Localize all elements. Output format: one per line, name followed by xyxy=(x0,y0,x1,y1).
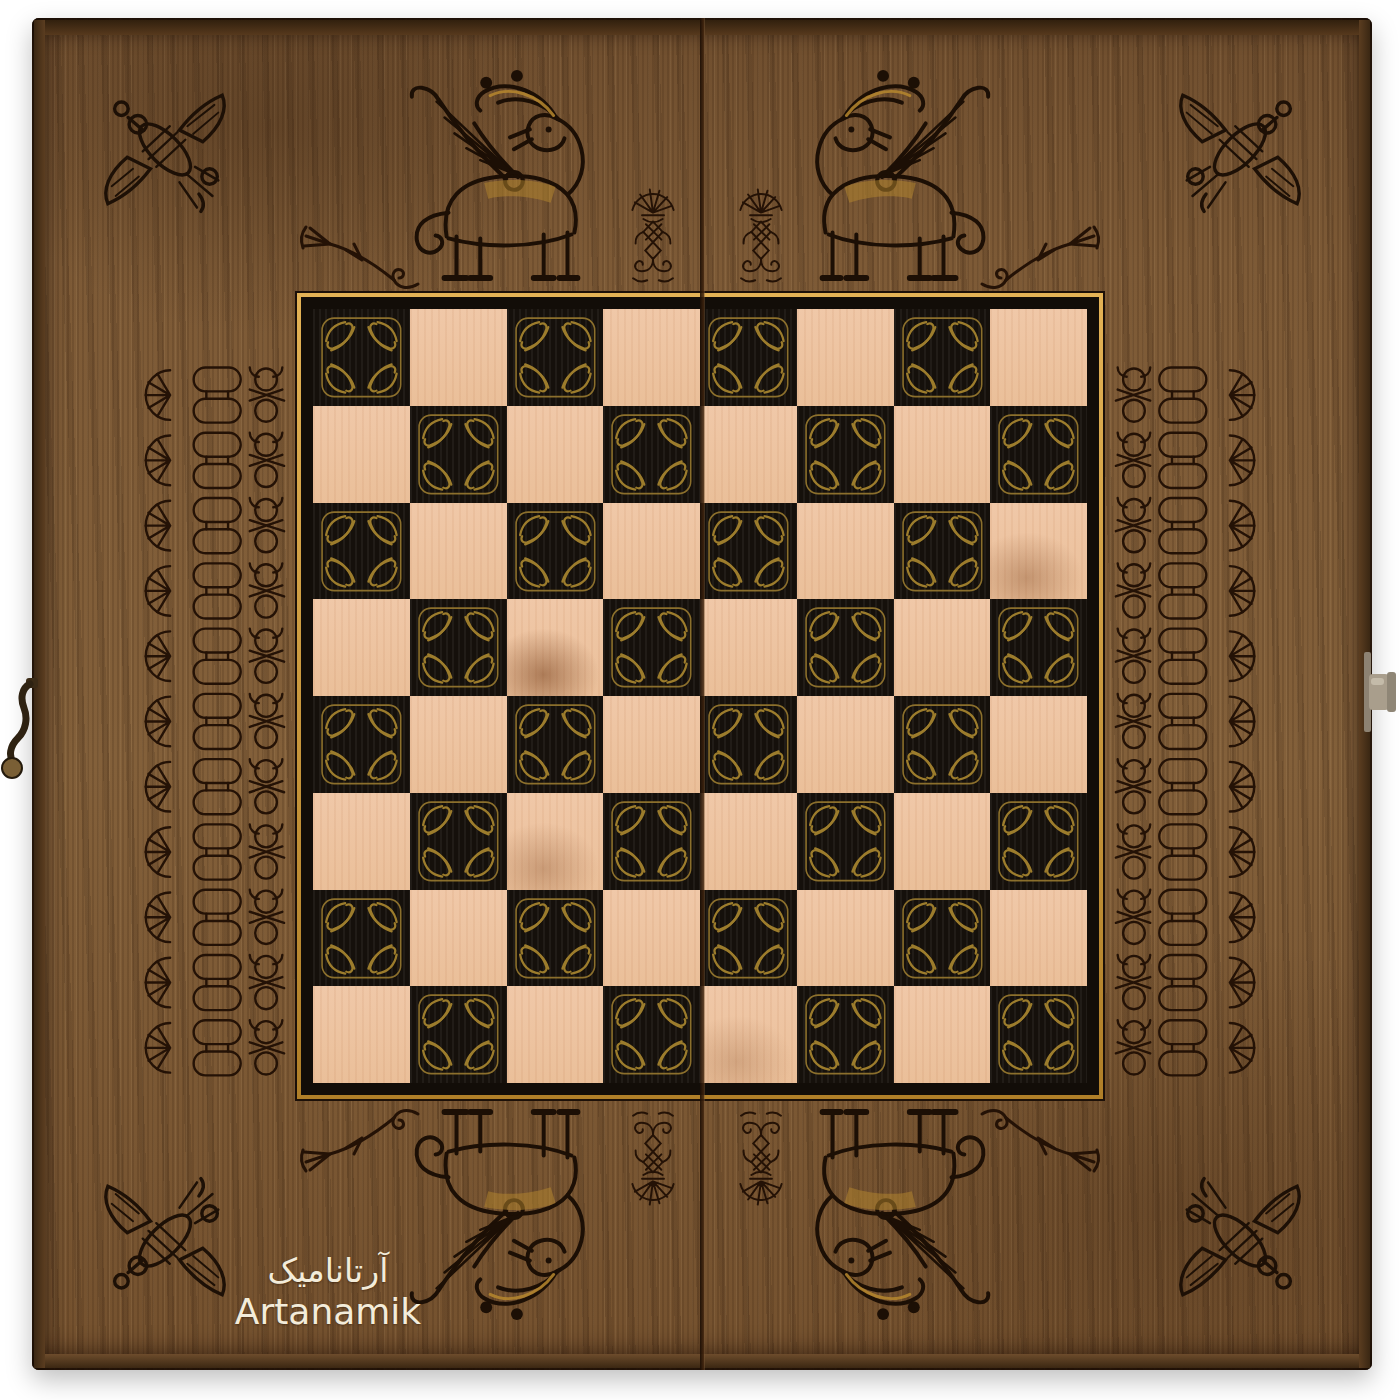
square-r1c2[interactable] xyxy=(410,309,507,406)
square-r1c1[interactable] xyxy=(313,309,410,406)
clasp-hook xyxy=(0,676,48,780)
corner-scroll-icon xyxy=(978,222,1108,294)
brand-name-english: Artanamik xyxy=(228,1290,428,1333)
square-r6c2[interactable] xyxy=(410,793,507,890)
square-r1c8[interactable] xyxy=(990,309,1087,406)
wing-emblem-icon xyxy=(1155,70,1325,225)
hinge-pin xyxy=(1364,646,1398,738)
square-r7c7[interactable] xyxy=(894,890,991,987)
square-r5c3[interactable] xyxy=(507,696,604,793)
corner-scroll-icon xyxy=(292,222,422,294)
square-r8c2[interactable] xyxy=(410,986,507,1083)
square-r6c4[interactable] xyxy=(603,793,700,890)
chess-frame xyxy=(295,291,1105,1101)
square-r8c4[interactable] xyxy=(603,986,700,1083)
square-r3c3[interactable] xyxy=(507,503,604,600)
side-ornament-band xyxy=(1105,362,1257,1080)
square-r8c7[interactable] xyxy=(894,986,991,1083)
product-photo: آرتانامیک Artanamik xyxy=(0,0,1400,1400)
square-r6c7[interactable] xyxy=(894,793,991,890)
square-r5c5[interactable] xyxy=(700,696,797,793)
square-r8c1[interactable] xyxy=(313,986,410,1083)
square-r7c1[interactable] xyxy=(313,890,410,987)
square-r6c8[interactable] xyxy=(990,793,1087,890)
square-r5c2[interactable] xyxy=(410,696,507,793)
square-r6c5[interactable] xyxy=(700,793,797,890)
wood-stain xyxy=(700,986,797,1083)
square-r1c6[interactable] xyxy=(797,309,894,406)
square-r2c2[interactable] xyxy=(410,406,507,503)
square-r6c1[interactable] xyxy=(313,793,410,890)
wing-emblem-icon xyxy=(1155,1165,1325,1320)
square-r8c6[interactable] xyxy=(797,986,894,1083)
palmette-tree-icon xyxy=(732,168,790,292)
corner-scroll-icon xyxy=(292,1104,422,1176)
square-r5c7[interactable] xyxy=(894,696,991,793)
side-ornament-band xyxy=(143,362,295,1080)
square-r3c8[interactable] xyxy=(990,503,1087,600)
square-r7c8[interactable] xyxy=(990,890,1087,987)
square-r3c1[interactable] xyxy=(313,503,410,600)
chess-grid xyxy=(313,309,1087,1083)
square-r3c2[interactable] xyxy=(410,503,507,600)
board-top-edge xyxy=(34,20,1370,35)
square-r3c7[interactable] xyxy=(894,503,991,600)
square-r4c2[interactable] xyxy=(410,599,507,696)
palmette-tree-icon xyxy=(732,1102,790,1226)
square-r2c6[interactable] xyxy=(797,406,894,503)
square-r4c5[interactable] xyxy=(700,599,797,696)
brand-name-farsi: آرتانامیک xyxy=(228,1252,428,1290)
wing-emblem-icon xyxy=(80,1165,250,1320)
square-r7c6[interactable] xyxy=(797,890,894,987)
square-r3c4[interactable] xyxy=(603,503,700,600)
square-r2c5[interactable] xyxy=(700,406,797,503)
wing-emblem-icon xyxy=(80,70,250,225)
square-r3c5[interactable] xyxy=(700,503,797,600)
brand-watermark: آرتانامیک Artanamik xyxy=(228,1252,428,1333)
square-r7c2[interactable] xyxy=(410,890,507,987)
square-r2c4[interactable] xyxy=(603,406,700,503)
square-r8c5[interactable] xyxy=(700,986,797,1083)
square-r2c1[interactable] xyxy=(313,406,410,503)
square-r5c6[interactable] xyxy=(797,696,894,793)
square-r6c3[interactable] xyxy=(507,793,604,890)
square-r4c8[interactable] xyxy=(990,599,1087,696)
square-r7c3[interactable] xyxy=(507,890,604,987)
square-r4c1[interactable] xyxy=(313,599,410,696)
square-r4c7[interactable] xyxy=(894,599,991,696)
palmette-tree-icon xyxy=(624,1102,682,1226)
corner-scroll-icon xyxy=(978,1104,1108,1176)
square-r2c7[interactable] xyxy=(894,406,991,503)
square-r2c3[interactable] xyxy=(507,406,604,503)
square-r6c6[interactable] xyxy=(797,793,894,890)
square-r8c8[interactable] xyxy=(990,986,1087,1083)
wood-stain xyxy=(507,599,604,696)
board-bottom-edge xyxy=(34,1354,1370,1368)
square-r5c1[interactable] xyxy=(313,696,410,793)
square-r3c6[interactable] xyxy=(797,503,894,600)
square-r7c5[interactable] xyxy=(700,890,797,987)
square-r2c8[interactable] xyxy=(990,406,1087,503)
square-r5c4[interactable] xyxy=(603,696,700,793)
chess-board-case xyxy=(32,18,1372,1370)
square-r8c3[interactable] xyxy=(507,986,604,1083)
gold-border xyxy=(297,293,1103,1099)
square-r1c3[interactable] xyxy=(507,309,604,406)
square-r1c4[interactable] xyxy=(603,309,700,406)
square-r4c6[interactable] xyxy=(797,599,894,696)
wood-stain xyxy=(990,503,1087,600)
square-r1c7[interactable] xyxy=(894,309,991,406)
square-r7c4[interactable] xyxy=(603,890,700,987)
palmette-tree-icon xyxy=(624,168,682,292)
square-r4c4[interactable] xyxy=(603,599,700,696)
square-r4c3[interactable] xyxy=(507,599,604,696)
square-r5c8[interactable] xyxy=(990,696,1087,793)
wood-stain xyxy=(507,793,604,890)
square-r1c5[interactable] xyxy=(700,309,797,406)
